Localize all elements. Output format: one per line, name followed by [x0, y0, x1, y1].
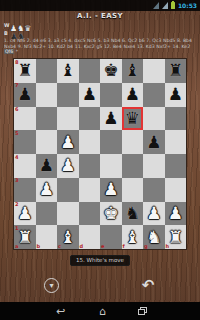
- recents-icon: [138, 309, 145, 315]
- square-a6[interactable]: 6: [14, 107, 36, 131]
- square-g3[interactable]: [143, 178, 165, 202]
- square-f3[interactable]: [122, 178, 144, 202]
- square-b3[interactable]: ♟: [36, 178, 58, 202]
- rank-label-6: 6: [15, 107, 18, 112]
- piece-black-bishop: ♝: [57, 59, 79, 83]
- square-b6[interactable]: [36, 107, 58, 131]
- square-d8[interactable]: [79, 59, 101, 83]
- square-c1[interactable]: c♝: [57, 225, 79, 249]
- square-a5[interactable]: 5: [14, 130, 36, 154]
- piece-black-pawn: ♟: [79, 83, 101, 107]
- piece-white-pawn: ♟: [100, 178, 122, 202]
- square-d7[interactable]: ♟: [79, 83, 101, 107]
- square-h3[interactable]: [165, 178, 187, 202]
- piece-black-pawn: ♟: [165, 83, 187, 107]
- square-e8[interactable]: ♚: [100, 59, 122, 83]
- square-c8[interactable]: ♝: [57, 59, 79, 83]
- square-b5[interactable]: [36, 130, 58, 154]
- piece-white-pawn: ♟: [143, 202, 165, 226]
- move-list[interactable]: 1. c4 Nf6 2. d4 e6 3. a3 c5 4. dxc5 Nc6 …: [4, 38, 197, 56]
- square-h2[interactable]: ♟: [165, 202, 187, 226]
- rank-label-4: 4: [15, 155, 18, 160]
- square-d3[interactable]: [79, 178, 101, 202]
- piece-black-king: ♚: [100, 59, 122, 83]
- turn-status-pill: 15. White's move: [70, 255, 130, 266]
- file-label-b: b: [37, 244, 41, 249]
- square-b7[interactable]: [36, 83, 58, 107]
- square-f1[interactable]: f♝: [122, 225, 144, 249]
- piece-white-pawn: ♟: [57, 154, 79, 178]
- file-label-e: e: [101, 244, 104, 249]
- piece-white-pawn: ♟: [14, 202, 36, 226]
- square-c4[interactable]: ♟: [57, 154, 79, 178]
- square-a3[interactable]: 3: [14, 178, 36, 202]
- android-nav-bar: ↩ ⌂: [0, 302, 200, 320]
- piece-black-knight: ♞: [122, 202, 144, 226]
- square-a8[interactable]: 8♜: [14, 59, 36, 83]
- square-f5[interactable]: [122, 130, 144, 154]
- chess-app-screen: 10:53 A.I. - EASY W ♟♞♛ B ♟♞ 1. c4 Nf6 2…: [0, 0, 200, 320]
- square-e5[interactable]: [100, 130, 122, 154]
- square-h1[interactable]: h♜: [165, 225, 187, 249]
- android-status-bar: 10:53: [0, 0, 200, 11]
- square-e6[interactable]: ♟: [100, 107, 122, 131]
- piece-white-bishop: ♝: [57, 225, 79, 249]
- file-label-d: d: [80, 244, 84, 249]
- square-d5[interactable]: [79, 130, 101, 154]
- signal-icon: [162, 2, 168, 9]
- move-list-text: 1. c4 Nf6 2. d4 e6 3. a3 c5 4. dxc5 Nc6 …: [4, 38, 192, 49]
- piece-white-king: ♚: [100, 202, 122, 226]
- square-d2[interactable]: [79, 202, 101, 226]
- chevron-down-icon: ▾: [49, 282, 53, 290]
- square-d6[interactable]: [79, 107, 101, 131]
- square-a1[interactable]: 1a♜: [14, 225, 36, 249]
- square-g4[interactable]: [143, 154, 165, 178]
- square-d1[interactable]: d: [79, 225, 101, 249]
- captured-black-label: B: [4, 30, 9, 36]
- battery-icon: [171, 2, 175, 9]
- square-g7[interactable]: [143, 83, 165, 107]
- square-b1[interactable]: b: [36, 225, 58, 249]
- chess-board[interactable]: 8♜♝♚♝♜7♟♟♟♟6♟♛5♟♟4♟♟3♟♟2♟♚♞♟♟1a♜bc♝def♝g…: [13, 58, 187, 250]
- piece-black-pawn: ♟: [100, 107, 122, 131]
- square-e2[interactable]: ♚: [100, 202, 122, 226]
- piece-black-pawn: ♟: [122, 83, 144, 107]
- square-c7[interactable]: [57, 83, 79, 107]
- piece-white-knight: ♞: [143, 225, 165, 249]
- piece-black-pawn: ♟: [143, 130, 165, 154]
- square-g1[interactable]: g♞: [143, 225, 165, 249]
- piece-white-pawn: ♟: [57, 130, 79, 154]
- back-button[interactable]: ↩: [54, 306, 68, 317]
- square-c6[interactable]: [57, 107, 79, 131]
- piece-black-bishop: ♝: [122, 59, 144, 83]
- square-g6[interactable]: [143, 107, 165, 131]
- square-g5[interactable]: ♟: [143, 130, 165, 154]
- rank-label-5: 5: [15, 131, 18, 136]
- square-h5[interactable]: [165, 130, 187, 154]
- undo-icon: ↶: [142, 278, 155, 293]
- square-f8[interactable]: ♝: [122, 59, 144, 83]
- square-c5[interactable]: ♟: [57, 130, 79, 154]
- piece-white-rook: ♜: [14, 225, 36, 249]
- piece-black-rook: ♜: [14, 59, 36, 83]
- result-marker: *: [14, 49, 18, 54]
- square-b2[interactable]: [36, 202, 58, 226]
- square-d4[interactable]: [79, 154, 101, 178]
- square-g2[interactable]: ♟: [143, 202, 165, 226]
- wifi-icon: [153, 2, 159, 9]
- square-f4[interactable]: [122, 154, 144, 178]
- current-move[interactable]: Qf6: [4, 49, 14, 54]
- square-b8[interactable]: [36, 59, 58, 83]
- square-b4[interactable]: ♟: [36, 154, 58, 178]
- square-c2[interactable]: [57, 202, 79, 226]
- show-moves-button[interactable]: ▾: [44, 278, 59, 293]
- captured-pieces-tray: W ♟♞♛ B ♟♞: [4, 21, 32, 37]
- square-f6[interactable]: ♛: [122, 107, 144, 131]
- captured-white-label: W: [4, 22, 9, 28]
- piece-white-rook: ♜: [165, 225, 187, 249]
- piece-white-pawn: ♟: [165, 202, 187, 226]
- square-f7[interactable]: ♟: [122, 83, 144, 107]
- square-a7[interactable]: 7♟: [14, 83, 36, 107]
- undo-button[interactable]: ↶: [139, 276, 157, 294]
- square-e3[interactable]: ♟: [100, 178, 122, 202]
- piece-white-pawn: ♟: [36, 178, 58, 202]
- square-a4[interactable]: 4: [14, 154, 36, 178]
- home-button[interactable]: ⌂: [96, 306, 110, 317]
- clock: 10:53: [178, 0, 197, 11]
- square-e1[interactable]: e: [100, 225, 122, 249]
- square-e7[interactable]: [100, 83, 122, 107]
- piece-black-pawn: ♟: [14, 83, 36, 107]
- square-g8[interactable]: [143, 59, 165, 83]
- captured-piece: ♛: [24, 24, 31, 33]
- piece-black-rook: ♜: [165, 59, 187, 83]
- square-e4[interactable]: [100, 154, 122, 178]
- square-a2[interactable]: 2♟: [14, 202, 36, 226]
- rank-label-3: 3: [15, 178, 18, 183]
- piece-black-pawn: ♟: [36, 154, 58, 178]
- piece-white-bishop: ♝: [122, 225, 144, 249]
- recents-button[interactable]: [138, 307, 147, 315]
- square-h7[interactable]: ♟: [165, 83, 187, 107]
- piece-black-queen: ♛: [122, 107, 144, 131]
- square-h4[interactable]: [165, 154, 187, 178]
- square-c3[interactable]: [57, 178, 79, 202]
- square-h8[interactable]: ♜: [165, 59, 187, 83]
- square-f2[interactable]: ♞: [122, 202, 144, 226]
- square-h6[interactable]: [165, 107, 187, 131]
